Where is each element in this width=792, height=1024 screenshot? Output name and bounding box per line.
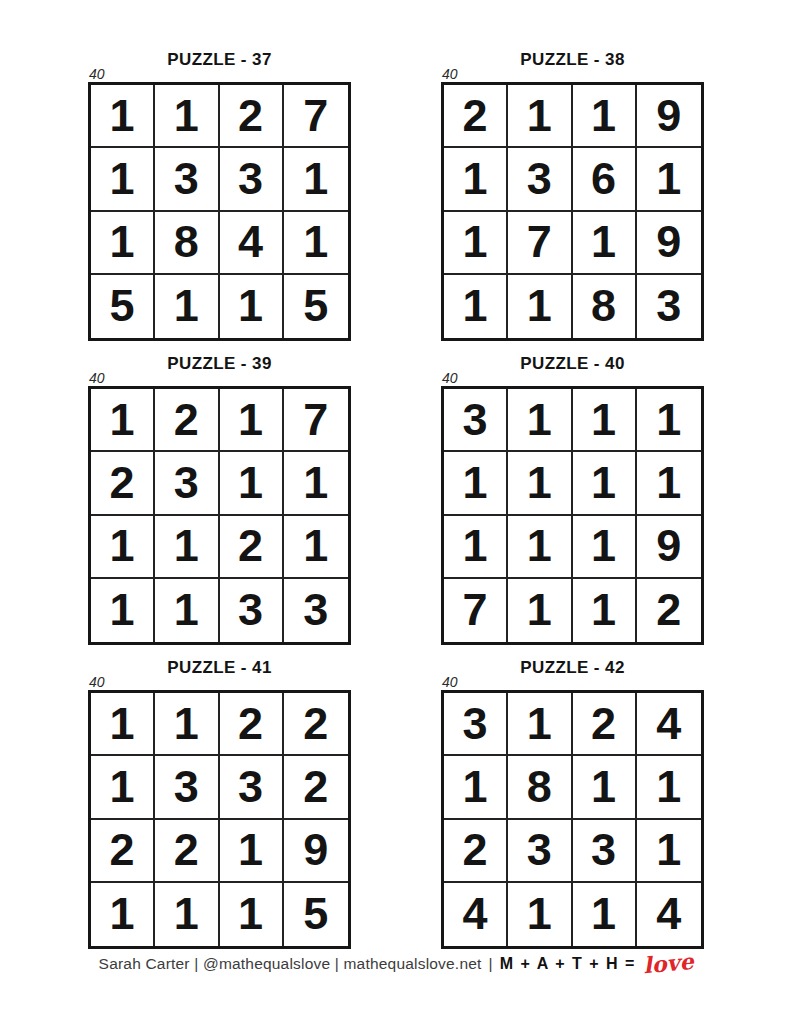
grid-cell: 2 bbox=[284, 693, 348, 756]
grid-cell: 1 bbox=[91, 85, 155, 148]
puzzle-grid: 3124181123314114 bbox=[441, 690, 704, 949]
grid-cell: 2 bbox=[444, 85, 508, 148]
puzzle-block: PUZZLE - 39 40 1217231111211133 bbox=[88, 354, 351, 645]
grid-cell: 5 bbox=[284, 883, 348, 946]
puzzle-title: PUZZLE - 37 bbox=[88, 50, 351, 70]
credit-text: Sarah Carter | @mathequalslove | mathequ… bbox=[99, 955, 482, 972]
grid-cell: 3 bbox=[444, 389, 508, 452]
grid-cell: 1 bbox=[573, 85, 637, 148]
grid-cell: 3 bbox=[508, 820, 572, 883]
grid-cell: 2 bbox=[91, 452, 155, 515]
puzzle-title: PUZZLE - 38 bbox=[441, 50, 704, 70]
grid-cell: 1 bbox=[508, 452, 572, 515]
grid-cell: 1 bbox=[444, 516, 508, 579]
grid-cell: 3 bbox=[573, 820, 637, 883]
grid-cell: 1 bbox=[508, 85, 572, 148]
grid-cell: 9 bbox=[637, 85, 701, 148]
grid-cell: 1 bbox=[637, 148, 701, 211]
grid-cell: 1 bbox=[155, 693, 219, 756]
footer-credit: Sarah Carter | @mathequalslove | mathequ… bbox=[0, 952, 792, 973]
puzzle-grid: 1122133222191115 bbox=[88, 690, 351, 949]
grid-cell: 4 bbox=[220, 212, 284, 275]
grid-cell: 2 bbox=[220, 516, 284, 579]
grid-cell: 1 bbox=[508, 579, 572, 642]
grid-cell: 1 bbox=[444, 756, 508, 819]
grid-cell: 1 bbox=[444, 452, 508, 515]
grid-cell: 5 bbox=[91, 275, 155, 338]
math-motto: M + A + T + H = bbox=[500, 955, 636, 972]
grid-cell: 1 bbox=[637, 756, 701, 819]
grid-cell: 1 bbox=[155, 883, 219, 946]
grid-cell: 1 bbox=[91, 693, 155, 756]
grid-cell: 5 bbox=[284, 275, 348, 338]
grid-cell: 1 bbox=[220, 275, 284, 338]
love-script-word: love bbox=[642, 952, 694, 974]
grid-cell: 4 bbox=[637, 883, 701, 946]
grid-cell: 7 bbox=[444, 579, 508, 642]
puzzle-grid-sheet: PUZZLE - 37 40 1127133118415115 PUZZLE -… bbox=[88, 50, 704, 949]
grid-cell: 1 bbox=[91, 212, 155, 275]
grid-cell: 3 bbox=[220, 756, 284, 819]
grid-cell: 1 bbox=[637, 389, 701, 452]
worksheet-page: { "game": "sum-target number grid puzzle… bbox=[0, 0, 792, 1024]
grid-cell: 4 bbox=[637, 693, 701, 756]
grid-cell: 1 bbox=[573, 452, 637, 515]
grid-cell: 2 bbox=[444, 820, 508, 883]
puzzle-grid: 2119136117191183 bbox=[441, 82, 704, 341]
grid-cell: 1 bbox=[91, 389, 155, 452]
grid-cell: 1 bbox=[155, 579, 219, 642]
grid-cell: 2 bbox=[284, 756, 348, 819]
grid-cell: 1 bbox=[508, 693, 572, 756]
puzzle-title: PUZZLE - 42 bbox=[441, 658, 704, 678]
grid-cell: 2 bbox=[155, 389, 219, 452]
grid-cell: 1 bbox=[91, 148, 155, 211]
grid-cell: 1 bbox=[444, 212, 508, 275]
grid-cell: 2 bbox=[637, 579, 701, 642]
grid-cell: 1 bbox=[444, 148, 508, 211]
grid-cell: 9 bbox=[637, 516, 701, 579]
puzzle-title: PUZZLE - 40 bbox=[441, 354, 704, 374]
grid-cell: 1 bbox=[220, 820, 284, 883]
grid-cell: 1 bbox=[155, 85, 219, 148]
grid-cell: 9 bbox=[284, 820, 348, 883]
grid-cell: 2 bbox=[220, 85, 284, 148]
puzzle-title: PUZZLE - 41 bbox=[88, 658, 351, 678]
grid-cell: 9 bbox=[637, 212, 701, 275]
puzzle-grid: 3111111111197112 bbox=[441, 386, 704, 645]
puzzle-block: PUZZLE - 41 40 1122133222191115 bbox=[88, 658, 351, 949]
grid-cell: 1 bbox=[220, 883, 284, 946]
grid-cell: 1 bbox=[637, 820, 701, 883]
grid-cell: 7 bbox=[508, 212, 572, 275]
grid-cell: 8 bbox=[155, 212, 219, 275]
grid-cell: 1 bbox=[91, 756, 155, 819]
grid-cell: 4 bbox=[444, 883, 508, 946]
grid-cell: 1 bbox=[573, 389, 637, 452]
grid-cell: 1 bbox=[91, 579, 155, 642]
grid-cell: 3 bbox=[444, 693, 508, 756]
grid-cell: 1 bbox=[284, 148, 348, 211]
grid-cell: 2 bbox=[220, 693, 284, 756]
grid-cell: 1 bbox=[155, 275, 219, 338]
grid-cell: 1 bbox=[444, 275, 508, 338]
puzzle-block: PUZZLE - 38 40 2119136117191183 bbox=[441, 50, 704, 341]
grid-cell: 3 bbox=[508, 148, 572, 211]
grid-cell: 1 bbox=[220, 452, 284, 515]
footer-separator: | bbox=[489, 955, 493, 972]
grid-cell: 1 bbox=[508, 275, 572, 338]
puzzle-grid: 1217231111211133 bbox=[88, 386, 351, 645]
grid-cell: 8 bbox=[508, 756, 572, 819]
grid-cell: 2 bbox=[91, 820, 155, 883]
grid-cell: 3 bbox=[155, 452, 219, 515]
grid-cell: 1 bbox=[284, 516, 348, 579]
puzzle-block: PUZZLE - 40 40 3111111111197112 bbox=[441, 354, 704, 645]
grid-cell: 1 bbox=[284, 452, 348, 515]
grid-cell: 1 bbox=[284, 212, 348, 275]
grid-cell: 1 bbox=[220, 389, 284, 452]
grid-cell: 1 bbox=[91, 883, 155, 946]
puzzle-grid: 1127133118415115 bbox=[88, 82, 351, 341]
grid-cell: 1 bbox=[508, 516, 572, 579]
grid-cell: 1 bbox=[91, 516, 155, 579]
grid-cell: 1 bbox=[155, 516, 219, 579]
grid-cell: 2 bbox=[573, 693, 637, 756]
grid-cell: 1 bbox=[508, 389, 572, 452]
grid-cell: 3 bbox=[220, 579, 284, 642]
grid-cell: 1 bbox=[573, 756, 637, 819]
puzzle-title: PUZZLE - 39 bbox=[88, 354, 351, 374]
grid-cell: 1 bbox=[508, 883, 572, 946]
grid-cell: 1 bbox=[573, 516, 637, 579]
grid-cell: 6 bbox=[573, 148, 637, 211]
puzzle-block: PUZZLE - 42 40 3124181123314114 bbox=[441, 658, 704, 949]
grid-cell: 1 bbox=[573, 212, 637, 275]
grid-cell: 8 bbox=[573, 275, 637, 338]
grid-cell: 3 bbox=[155, 148, 219, 211]
grid-cell: 3 bbox=[155, 756, 219, 819]
grid-cell: 3 bbox=[284, 579, 348, 642]
grid-cell: 3 bbox=[637, 275, 701, 338]
grid-cell: 3 bbox=[220, 148, 284, 211]
grid-cell: 7 bbox=[284, 389, 348, 452]
grid-cell: 7 bbox=[284, 85, 348, 148]
grid-cell: 1 bbox=[573, 883, 637, 946]
grid-cell: 2 bbox=[155, 820, 219, 883]
grid-cell: 1 bbox=[573, 579, 637, 642]
grid-cell: 1 bbox=[637, 452, 701, 515]
puzzle-block: PUZZLE - 37 40 1127133118415115 bbox=[88, 50, 351, 341]
